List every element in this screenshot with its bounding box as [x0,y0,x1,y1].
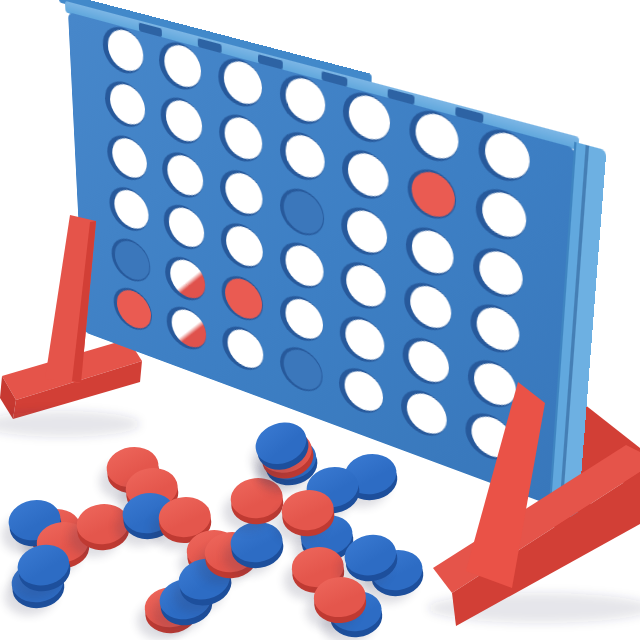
connect-four-product-photo [0,0,640,640]
disc-top [250,416,313,471]
foam-disc-blue [14,540,74,596]
scattered-foam-discs [0,0,640,640]
foam-disc-blue [228,519,286,572]
foam-disc-red [312,575,367,625]
foam-disc-red [280,487,337,538]
